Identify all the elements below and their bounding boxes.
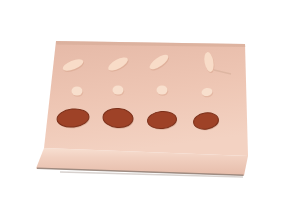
product-photo-canvas xyxy=(0,0,284,217)
papule-bump xyxy=(157,86,168,95)
papule-bump xyxy=(72,87,83,96)
pad-top-surface xyxy=(44,41,248,156)
training-pad-illustration xyxy=(0,0,284,217)
papule-bump xyxy=(113,86,124,95)
